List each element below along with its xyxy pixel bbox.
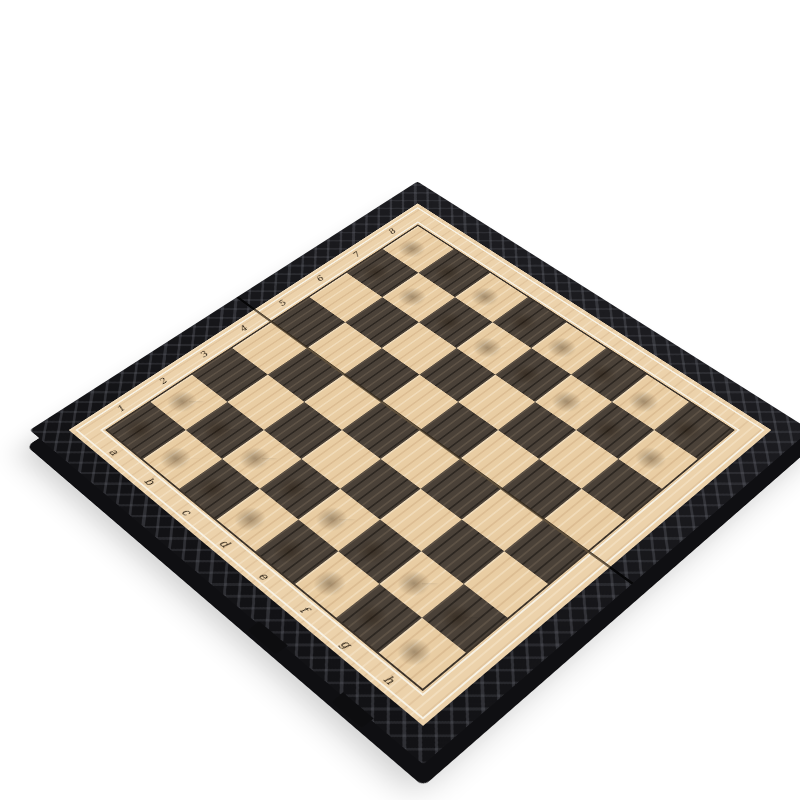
chess-board: abcdefgh12345678 ♜♞♝♛♚♝♞♜♟♟♟♟♟♟♟♟♟♟♟♟♟♟♟… (30, 181, 800, 764)
piece-black-pawn-h2: ♟ (443, 548, 486, 623)
piece-white-pawn-g7: ♟ (596, 366, 635, 434)
piece-black-rook-h1: ♜ (395, 564, 449, 658)
scene: abcdefgh12345678 ♜♞♝♛♚♝♞♜♟♟♟♟♟♟♟♟♟♟♟♟♟♟♟… (0, 0, 800, 800)
piece-white-pawn-h7: ♟ (638, 394, 678, 463)
product-photo: abcdefgh12345678 ♜♞♝♛♚♝♞♜♟♟♟♟♟♟♟♟♟♟♟♟♟♟♟… (0, 0, 800, 800)
